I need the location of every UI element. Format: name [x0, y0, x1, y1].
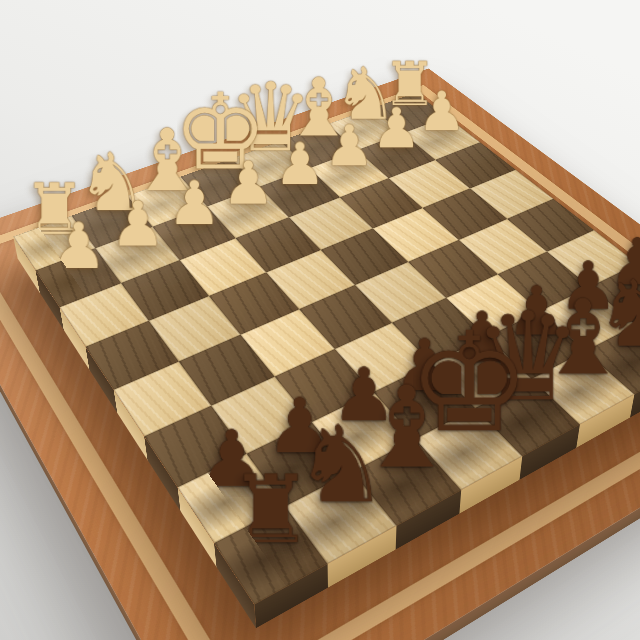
rook-glyph: ♜: [228, 464, 313, 554]
perspective-scene: ♜♞♝♚♛♝♞♜♟♟♟♟♟♟♟♟♟♟♟♟♟♟♟♟♜♞♝♚♛♝♞♜: [0, 0, 640, 640]
chess-board: ♜♞♝♚♛♝♞♜♟♟♟♟♟♟♟♟♟♟♟♟♟♟♟♟♜♞♝♚♛♝♞♜: [13, 93, 640, 605]
photo-background: ♜♞♝♚♛♝♞♜♟♟♟♟♟♟♟♟♟♟♟♟♟♟♟♟♜♞♝♚♛♝♞♜: [0, 0, 640, 640]
piece-black-rook-h8[interactable]: ♜: [209, 385, 332, 554]
